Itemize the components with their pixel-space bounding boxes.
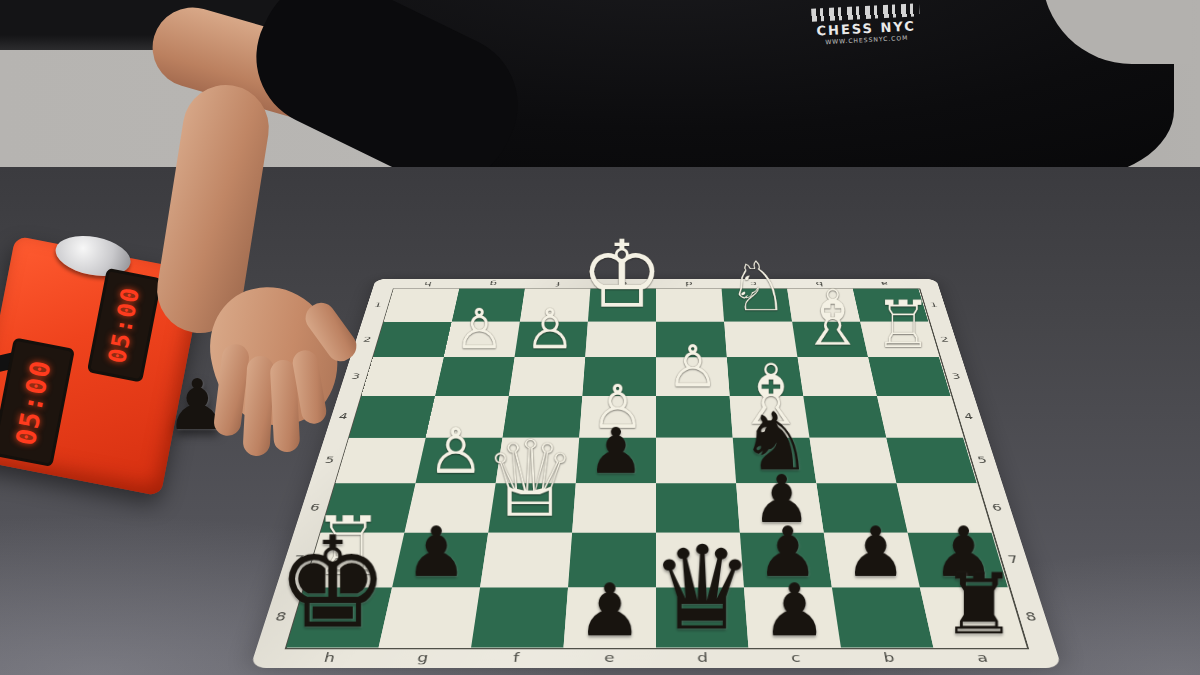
square-c8[interactable]: ♟ <box>744 587 841 647</box>
piece-black-K-h8[interactable]: ♚ <box>276 520 389 646</box>
square-f3[interactable] <box>509 357 586 395</box>
piece-black-Q-d8[interactable]: ♛ <box>650 530 754 646</box>
square-e6[interactable] <box>572 483 656 533</box>
square-h8[interactable]: ♚ <box>286 587 392 647</box>
square-f6[interactable]: ♕ <box>488 483 576 533</box>
piece-black-P-b7[interactable]: ♟ <box>845 517 907 586</box>
square-b5[interactable] <box>810 438 897 483</box>
square-d5[interactable] <box>656 438 736 483</box>
file-label-near-f: f <box>468 648 564 668</box>
piece-black-P-c8[interactable]: ♟ <box>762 573 827 646</box>
square-a8[interactable]: ♜ <box>920 587 1026 647</box>
square-e8[interactable]: ♟ <box>564 587 656 647</box>
square-d1[interactable] <box>656 289 724 322</box>
board-corner <box>1026 648 1062 668</box>
piece-white-K-e1[interactable]: ♔ <box>580 228 663 321</box>
square-h1[interactable] <box>384 289 459 322</box>
square-d3[interactable]: ♙ <box>656 357 730 395</box>
square-b7[interactable]: ♟ <box>824 533 920 588</box>
piece-white-R-a2[interactable]: ♖ <box>874 292 932 357</box>
square-h4[interactable] <box>349 396 435 438</box>
square-a5[interactable] <box>886 438 976 483</box>
square-b3[interactable] <box>797 357 876 395</box>
file-label-far-d: d <box>656 279 722 289</box>
piece-white-B-b2[interactable]: ♗ <box>798 280 867 357</box>
file-label-near-b: b <box>841 648 938 668</box>
chess-board-3d-wrapper: hgfedcba1♔♘12♙♙♗♖23♙34♙♗45♙♟♞56♕♟67♖♟♟♟♟… <box>250 279 1062 668</box>
file-label-near-e: e <box>562 648 656 668</box>
shirt-logo: CHESS NYC WWW.CHESSNYC.COM <box>797 2 935 46</box>
file-label-near-d: d <box>656 648 750 668</box>
piece-black-P-e8[interactable]: ♟ <box>577 573 642 646</box>
square-f8[interactable] <box>471 587 568 647</box>
square-d4[interactable] <box>656 396 733 438</box>
board-corner <box>250 648 286 668</box>
piece-white-P-f2[interactable]: ♙ <box>525 301 575 357</box>
square-c1[interactable]: ♘ <box>722 289 793 322</box>
video-frame: CHESS NYC WWW.CHESSNYC.COM 05:00 05:00 ♟… <box>0 0 1200 675</box>
square-f2[interactable]: ♙ <box>515 322 588 358</box>
square-h2[interactable] <box>373 322 452 358</box>
square-g7[interactable]: ♟ <box>392 533 488 588</box>
square-h5[interactable] <box>335 438 425 483</box>
square-g3[interactable] <box>435 357 514 395</box>
file-label-far-g: g <box>459 279 526 289</box>
piece-white-N-c1[interactable]: ♘ <box>728 253 789 321</box>
file-label-near-a: a <box>933 648 1032 668</box>
chess-board: hgfedcba1♔♘12♙♙♗♖23♙34♙♗45♙♟♞56♕♟67♖♟♟♟♟… <box>250 279 1062 668</box>
piece-black-P-g7[interactable]: ♟ <box>405 517 467 586</box>
file-label-far-h: h <box>394 279 462 289</box>
square-g2[interactable]: ♙ <box>444 322 520 358</box>
piece-black-P-e5[interactable]: ♟ <box>588 419 645 482</box>
piece-white-P-g5[interactable]: ♙ <box>428 419 485 482</box>
square-e5[interactable]: ♟ <box>576 438 656 483</box>
square-a3[interactable] <box>868 357 950 395</box>
file-label-near-c: c <box>748 648 844 668</box>
square-b4[interactable] <box>803 396 886 438</box>
square-a4[interactable] <box>877 396 963 438</box>
square-e1[interactable]: ♔ <box>588 289 656 322</box>
piece-white-Q-f6[interactable]: ♕ <box>483 427 577 532</box>
square-b8[interactable] <box>832 587 933 647</box>
square-h3[interactable] <box>361 357 443 395</box>
file-label-near-h: h <box>280 648 379 668</box>
square-e2[interactable] <box>585 322 656 358</box>
piece-white-P-g2[interactable]: ♙ <box>454 301 504 357</box>
square-d8[interactable]: ♛ <box>656 587 748 647</box>
square-a2[interactable]: ♖ <box>860 322 939 358</box>
square-f7[interactable] <box>480 533 572 588</box>
file-label-near-g: g <box>374 648 471 668</box>
piece-black-R-a8[interactable]: ♜ <box>941 562 1017 647</box>
square-g8[interactable] <box>379 587 480 647</box>
piece-white-P-d3[interactable]: ♙ <box>667 337 719 395</box>
